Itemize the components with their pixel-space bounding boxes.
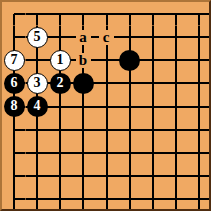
- board-intersection[interactable]: [141, 72, 164, 95]
- board-intersection[interactable]: [164, 164, 187, 187]
- board-intersection[interactable]: [3, 26, 26, 49]
- board-intersection[interactable]: [187, 3, 210, 26]
- board-intersection[interactable]: 2: [49, 72, 72, 95]
- move-number: 4: [34, 99, 41, 113]
- board-intersection[interactable]: [3, 3, 26, 26]
- black-stone: 6: [4, 73, 25, 94]
- board-intersection[interactable]: [118, 49, 141, 72]
- board-intersection[interactable]: [95, 95, 118, 118]
- board-intersection[interactable]: [118, 141, 141, 164]
- board-intersection[interactable]: [141, 118, 164, 141]
- move-number: 1: [57, 53, 64, 67]
- board-intersection[interactable]: [49, 164, 72, 187]
- board-intersection[interactable]: [3, 187, 26, 210]
- board-intersection[interactable]: [187, 72, 210, 95]
- board-intersection[interactable]: [164, 141, 187, 164]
- board-intersection[interactable]: [187, 187, 210, 210]
- board-intersection[interactable]: [118, 95, 141, 118]
- board-intersection[interactable]: [187, 141, 210, 164]
- board-intersection[interactable]: [95, 118, 118, 141]
- white-stone: 3: [27, 73, 48, 94]
- move-number: 3: [34, 76, 41, 90]
- board-intersection[interactable]: [118, 118, 141, 141]
- board-intersection[interactable]: [95, 164, 118, 187]
- board-intersection[interactable]: [72, 118, 95, 141]
- board-intersection[interactable]: [49, 26, 72, 49]
- board-intersection[interactable]: [72, 141, 95, 164]
- board-intersection[interactable]: [187, 26, 210, 49]
- board-intersection[interactable]: [164, 187, 187, 210]
- board-intersection[interactable]: [26, 118, 49, 141]
- go-board: 5ac71b63284: [0, 0, 211, 211]
- board-intersection[interactable]: [49, 187, 72, 210]
- board-intersection[interactable]: 1: [49, 49, 72, 72]
- board-intersection[interactable]: [3, 164, 26, 187]
- board-intersection[interactable]: b: [72, 49, 95, 72]
- board-intersection[interactable]: [164, 72, 187, 95]
- black-stone: 4: [27, 96, 48, 117]
- board-intersection[interactable]: c: [95, 26, 118, 49]
- board-intersection[interactable]: [164, 3, 187, 26]
- go-grid: 5ac71b63284: [3, 3, 210, 210]
- board-intersection[interactable]: [141, 3, 164, 26]
- board-intersection[interactable]: [187, 164, 210, 187]
- board-intersection[interactable]: [118, 26, 141, 49]
- board-intersection[interactable]: [187, 49, 210, 72]
- board-intersection[interactable]: [95, 49, 118, 72]
- board-intersection[interactable]: [26, 141, 49, 164]
- board-intersection[interactable]: [118, 187, 141, 210]
- board-intersection[interactable]: [95, 3, 118, 26]
- board-intersection[interactable]: [3, 118, 26, 141]
- board-intersection[interactable]: a: [72, 26, 95, 49]
- board-intersection[interactable]: 7: [3, 49, 26, 72]
- move-number: 2: [57, 76, 64, 90]
- board-intersection[interactable]: [3, 141, 26, 164]
- board-intersection[interactable]: [141, 141, 164, 164]
- board-intersection[interactable]: [164, 49, 187, 72]
- board-intersection[interactable]: [141, 187, 164, 210]
- board-intersection[interactable]: [49, 118, 72, 141]
- board-intersection[interactable]: 5: [26, 26, 49, 49]
- point-label: b: [76, 53, 91, 68]
- board-intersection[interactable]: 8: [3, 95, 26, 118]
- board-intersection[interactable]: [26, 164, 49, 187]
- board-intersection[interactable]: [141, 164, 164, 187]
- board-intersection[interactable]: [49, 3, 72, 26]
- point-label: c: [99, 30, 114, 45]
- move-number: 8: [11, 99, 18, 113]
- board-intersection[interactable]: [95, 187, 118, 210]
- board-intersection[interactable]: [49, 95, 72, 118]
- board-intersection[interactable]: [141, 26, 164, 49]
- board-intersection[interactable]: [72, 3, 95, 26]
- board-intersection[interactable]: 4: [26, 95, 49, 118]
- board-intersection[interactable]: [141, 49, 164, 72]
- board-intersection[interactable]: [141, 95, 164, 118]
- move-number: 7: [11, 53, 18, 67]
- board-intersection[interactable]: [95, 72, 118, 95]
- board-intersection[interactable]: [72, 72, 95, 95]
- board-intersection[interactable]: 3: [26, 72, 49, 95]
- board-intersection[interactable]: 6: [3, 72, 26, 95]
- move-number: 6: [11, 76, 18, 90]
- move-number: 5: [34, 30, 41, 44]
- board-intersection[interactable]: [118, 72, 141, 95]
- board-intersection[interactable]: [72, 95, 95, 118]
- board-intersection[interactable]: [118, 164, 141, 187]
- board-intersection[interactable]: [26, 3, 49, 26]
- point-label: a: [76, 30, 91, 45]
- white-stone: 7: [4, 50, 25, 71]
- board-intersection[interactable]: [26, 187, 49, 210]
- board-intersection[interactable]: [118, 3, 141, 26]
- board-intersection[interactable]: [72, 164, 95, 187]
- board-intersection[interactable]: [95, 141, 118, 164]
- white-stone: 1: [50, 50, 71, 71]
- white-stone: 5: [27, 27, 48, 48]
- board-intersection[interactable]: [49, 141, 72, 164]
- board-intersection[interactable]: [26, 49, 49, 72]
- black-stone: [73, 73, 94, 94]
- board-intersection[interactable]: [187, 118, 210, 141]
- board-intersection[interactable]: [164, 118, 187, 141]
- board-intersection[interactable]: [164, 26, 187, 49]
- board-intersection[interactable]: [72, 187, 95, 210]
- board-intersection[interactable]: [164, 95, 187, 118]
- black-stone: [119, 50, 140, 71]
- black-stone: 2: [50, 73, 71, 94]
- board-intersection[interactable]: [187, 95, 210, 118]
- black-stone: 8: [4, 96, 25, 117]
